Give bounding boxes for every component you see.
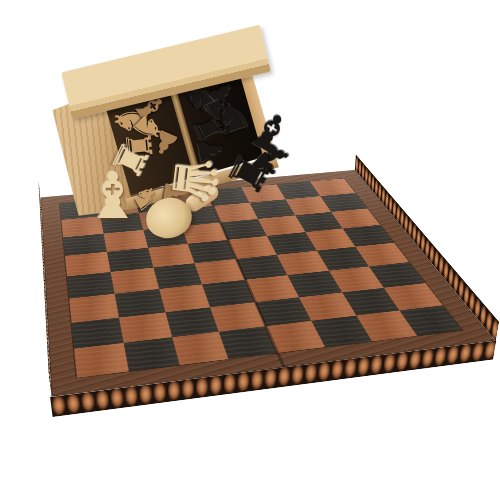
board-square (74, 343, 128, 378)
scene: ♞ ♝ ♜ ♟ ♞ ♞ ♟ ♜ ♟ ♞ ♞ ♟ ♜ ♝ ♛ (0, 0, 500, 500)
spilled-white-bishop: ♝ (84, 164, 141, 228)
board-square (123, 337, 179, 371)
